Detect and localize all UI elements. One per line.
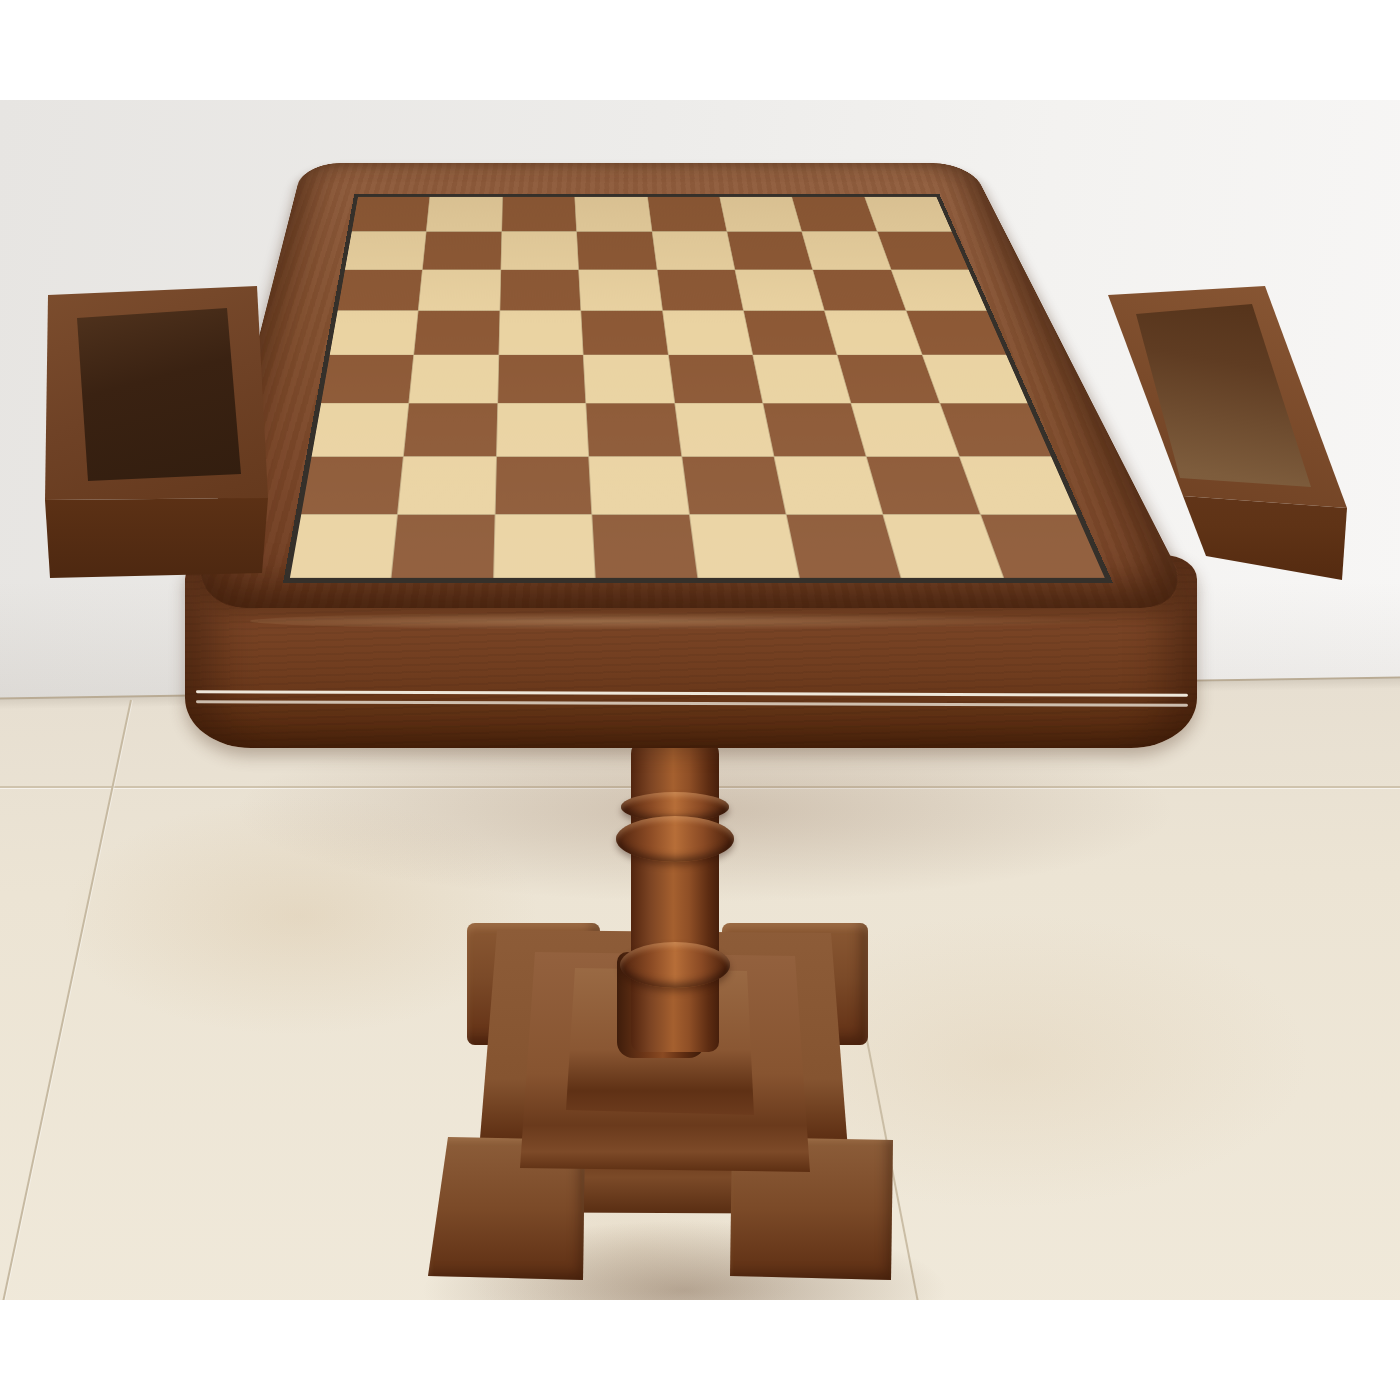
board-square [584, 355, 674, 403]
right-drawer [1095, 278, 1355, 588]
board-square [330, 311, 418, 355]
board-square [720, 197, 802, 232]
board-square [838, 355, 939, 403]
board-square [906, 311, 1006, 355]
board-square [495, 457, 591, 514]
board-square [774, 457, 882, 514]
board-square [338, 270, 423, 310]
column-ring-2 [616, 816, 734, 862]
board-square [501, 232, 578, 269]
board-square [865, 197, 952, 232]
board-square [675, 404, 773, 456]
board-square [727, 232, 812, 269]
photograph [0, 100, 1400, 1300]
board-square [494, 515, 595, 578]
board-square [586, 404, 680, 456]
board-square [668, 355, 762, 403]
board-square [792, 197, 876, 232]
column-ring-3 [620, 942, 730, 988]
board-square [589, 457, 688, 514]
board-square [301, 457, 403, 514]
board-square [419, 270, 500, 310]
product-photo-scene [0, 0, 1400, 1400]
board-square [663, 311, 753, 355]
board-square [744, 311, 837, 355]
board-square [922, 355, 1027, 403]
board-square [763, 404, 866, 456]
board-square [423, 232, 501, 269]
board-square [414, 311, 499, 355]
board-square [579, 270, 662, 310]
board-square [753, 355, 851, 403]
board-square [502, 197, 576, 232]
board-square [290, 515, 397, 578]
board-square [500, 270, 580, 310]
board-square [352, 197, 430, 232]
board-square [802, 232, 890, 269]
board-square [959, 457, 1076, 514]
photo-margin-top [0, 0, 1400, 100]
board-square [657, 270, 743, 310]
board-square [877, 232, 968, 269]
board-square [891, 270, 986, 310]
board-square [682, 457, 786, 514]
board-square [321, 355, 413, 403]
board-square [689, 515, 798, 578]
board-square [647, 197, 726, 232]
board-square [652, 232, 734, 269]
photo-margin-bottom [0, 1300, 1400, 1400]
board-square [427, 197, 502, 232]
board-square [581, 311, 667, 355]
board-square [813, 270, 905, 310]
board-square [498, 355, 586, 403]
board-square [499, 311, 583, 355]
front-edge-highlight [250, 612, 1130, 630]
board-square [825, 311, 921, 355]
board-square [410, 355, 499, 403]
board-square [312, 404, 409, 456]
board-square [575, 197, 651, 232]
board-square [577, 232, 656, 269]
board-square [398, 457, 495, 514]
board-square [940, 404, 1051, 456]
board-square [392, 515, 494, 578]
board-square [404, 404, 497, 456]
board-square [787, 515, 901, 578]
board-square [497, 404, 589, 456]
board-square [345, 232, 426, 269]
pedestal-column [631, 740, 719, 1052]
left-drawer [40, 278, 275, 588]
board-square [735, 270, 824, 310]
board-square [592, 515, 696, 578]
